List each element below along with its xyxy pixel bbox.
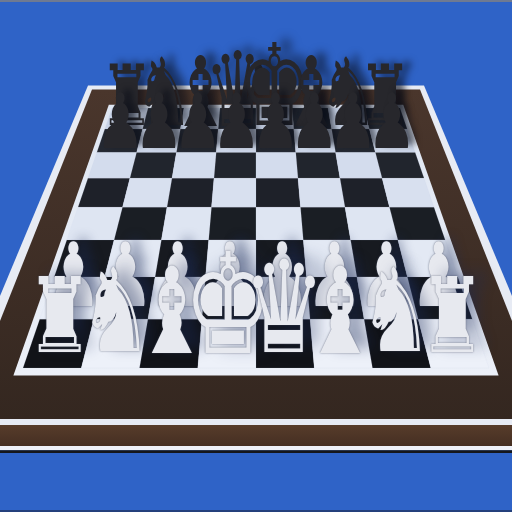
chess-scene: ♜♞♝♛♚♝♞♜♟♟♟♟♟♟♟♟♟♟♟♟♟♟♟♟♜♞♝♚♛♝♞♜ [0, 0, 512, 512]
square-b5[interactable] [123, 178, 173, 207]
square-d5[interactable] [212, 178, 257, 207]
square-e5[interactable] [256, 178, 301, 207]
square-c5[interactable] [167, 178, 214, 207]
board-bottom-shadow [0, 450, 512, 453]
screen-top-edge-line [0, 0, 512, 2]
square-f5[interactable] [298, 178, 345, 207]
piece-black-pawn-h7[interactable]: ♟ [367, 83, 416, 160]
board-bottom-trim [0, 446, 512, 450]
square-g5[interactable] [340, 178, 390, 207]
piece-white-rook-h1[interactable]: ♜ [419, 265, 486, 369]
board-front-face [0, 425, 512, 446]
